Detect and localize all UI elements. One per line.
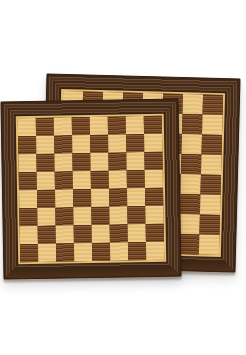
board-square: [145, 170, 163, 188]
board-square: [108, 116, 126, 134]
board-square: [199, 235, 220, 256]
board-square: [145, 206, 163, 224]
board-square: [56, 225, 74, 243]
board-square: [90, 135, 108, 153]
board-square: [127, 170, 145, 188]
board-square: [90, 153, 108, 171]
board-square: [54, 135, 72, 153]
board-square: [182, 114, 203, 135]
board-square: [144, 116, 162, 134]
board-square: [18, 136, 36, 154]
board-square: [91, 207, 109, 225]
board-square: [74, 243, 92, 261]
board-square: [38, 226, 56, 244]
board-square: [56, 243, 74, 261]
board-square: [201, 155, 222, 176]
chessboard-front: [0, 98, 181, 279]
board-square: [36, 136, 54, 154]
board-square: [144, 134, 162, 152]
board-square: [200, 175, 221, 196]
board-square: [202, 135, 223, 156]
board-square: [73, 171, 91, 189]
board-square: [181, 154, 202, 175]
board-square: [109, 170, 127, 188]
board-square: [108, 134, 126, 152]
board-square: [18, 118, 36, 136]
product-photo: [0, 0, 246, 355]
board-square: [108, 152, 126, 170]
board-square: [74, 225, 92, 243]
board-square: [110, 224, 128, 242]
board-square: [126, 134, 144, 152]
board-square: [72, 117, 90, 135]
board-square: [179, 234, 200, 255]
board-square: [126, 116, 144, 134]
board-square: [38, 244, 56, 262]
board-square: [18, 154, 36, 172]
board-square: [183, 94, 204, 115]
board-square: [146, 242, 164, 260]
board-square: [127, 188, 145, 206]
board-square: [19, 190, 37, 208]
board-square: [20, 244, 38, 262]
board-square: [36, 118, 54, 136]
board-square: [199, 215, 220, 236]
board-square: [202, 115, 223, 136]
board-square: [127, 206, 145, 224]
board-square: [55, 189, 73, 207]
board-square: [19, 172, 37, 190]
board-square: [19, 208, 37, 226]
board-square: [109, 188, 127, 206]
board-square: [72, 135, 90, 153]
board-square: [54, 153, 72, 171]
board-playing-area: [16, 114, 167, 265]
board-square: [182, 134, 203, 155]
board-square: [36, 154, 54, 172]
board-square: [144, 152, 162, 170]
board-square: [128, 242, 146, 260]
board-square: [203, 95, 224, 116]
board-square: [91, 189, 109, 207]
board-square: [126, 152, 144, 170]
board-square: [145, 188, 163, 206]
board-square: [55, 171, 73, 189]
board-square: [72, 153, 90, 171]
board-square: [180, 174, 201, 195]
board-square: [55, 207, 73, 225]
board-square: [54, 117, 72, 135]
board-square: [37, 172, 55, 190]
board-square: [92, 243, 110, 261]
board-square: [109, 206, 127, 224]
board-square: [128, 224, 146, 242]
board-square: [73, 207, 91, 225]
board-square: [200, 195, 221, 216]
board-square: [180, 194, 201, 215]
board-square: [37, 190, 55, 208]
board-square: [20, 226, 38, 244]
board-square: [73, 189, 91, 207]
board-square: [91, 171, 109, 189]
board-square: [179, 214, 200, 235]
board-square: [110, 242, 128, 260]
board-square: [90, 117, 108, 135]
board-square: [37, 208, 55, 226]
board-square: [146, 224, 164, 242]
board-square: [92, 225, 110, 243]
